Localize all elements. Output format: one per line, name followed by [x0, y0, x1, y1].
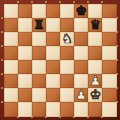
square-f4[interactable]: [74, 60, 88, 74]
square-e8[interactable]: [60, 4, 74, 18]
border-tick: [73, 1, 75, 3]
square-e2[interactable]: [60, 88, 74, 102]
border-tick: [31, 1, 33, 3]
square-g4[interactable]: [88, 60, 102, 74]
square-c3[interactable]: [32, 74, 46, 88]
border-tick: [116, 31, 118, 33]
piece-black-queen[interactable]: ♛: [89, 18, 101, 32]
square-a8[interactable]: [4, 4, 18, 18]
square-g8[interactable]: [88, 4, 102, 18]
square-d1[interactable]: [46, 102, 60, 116]
square-c2[interactable]: [32, 88, 46, 102]
square-h8[interactable]: [102, 4, 116, 18]
square-e7[interactable]: [60, 18, 74, 32]
chess-board: ♚♜♛♞♟♟♚: [4, 4, 117, 117]
piece-black-king[interactable]: ♚: [75, 4, 87, 18]
square-c7[interactable]: ♜: [32, 18, 46, 32]
square-h7[interactable]: [102, 18, 116, 32]
square-d3[interactable]: [46, 74, 60, 88]
square-b3[interactable]: [18, 74, 32, 88]
piece-white-pawn[interactable]: ♟: [89, 74, 101, 88]
square-h3[interactable]: [102, 74, 116, 88]
square-h5[interactable]: [102, 46, 116, 60]
square-f7[interactable]: [74, 18, 88, 32]
square-f6[interactable]: [74, 32, 88, 46]
border-tick: [31, 116, 33, 118]
border-tick: [116, 59, 118, 61]
border-tick: [1, 87, 3, 89]
border-tick: [116, 73, 118, 75]
square-f1[interactable]: [74, 102, 88, 116]
square-c4[interactable]: [32, 60, 46, 74]
border-tick: [116, 45, 118, 47]
square-a1[interactable]: [4, 102, 18, 116]
chess-board-frame: ♚♜♛♞♟♟♚: [0, 0, 120, 120]
border-tick: [1, 101, 3, 103]
square-d8[interactable]: [46, 4, 60, 18]
square-h6[interactable]: [102, 32, 116, 46]
square-g6[interactable]: [88, 32, 102, 46]
square-b8[interactable]: [18, 4, 32, 18]
square-a6[interactable]: [4, 32, 18, 46]
border-tick: [1, 45, 3, 47]
square-a3[interactable]: [4, 74, 18, 88]
border-tick: [1, 31, 3, 33]
square-g2[interactable]: ♚: [88, 88, 102, 102]
border-tick: [45, 1, 47, 3]
square-h1[interactable]: [102, 102, 116, 116]
square-f3[interactable]: [74, 74, 88, 88]
square-g5[interactable]: [88, 46, 102, 60]
border-tick: [17, 1, 19, 3]
border-tick: [73, 116, 75, 118]
border-tick: [1, 59, 3, 61]
square-h4[interactable]: [102, 60, 116, 74]
piece-white-knight[interactable]: ♞: [61, 32, 73, 46]
border-tick: [116, 101, 118, 103]
square-d6[interactable]: [46, 32, 60, 46]
square-d2[interactable]: [46, 88, 60, 102]
piece-white-pawn[interactable]: ♟: [75, 88, 87, 102]
square-g3[interactable]: ♟: [88, 74, 102, 88]
square-e4[interactable]: [60, 60, 74, 74]
square-e6[interactable]: ♞: [60, 32, 74, 46]
border-tick: [116, 17, 118, 19]
piece-black-rook[interactable]: ♜: [33, 18, 45, 32]
square-g7[interactable]: ♛: [88, 18, 102, 32]
square-d4[interactable]: [46, 60, 60, 74]
square-f8[interactable]: ♚: [74, 4, 88, 18]
square-e1[interactable]: [60, 102, 74, 116]
square-e3[interactable]: [60, 74, 74, 88]
square-c8[interactable]: [32, 4, 46, 18]
square-f2[interactable]: ♟: [74, 88, 88, 102]
border-tick: [101, 1, 103, 3]
border-tick: [116, 87, 118, 89]
border-tick: [17, 116, 19, 118]
border-tick: [1, 73, 3, 75]
border-tick: [59, 116, 61, 118]
square-b4[interactable]: [18, 60, 32, 74]
border-tick: [87, 1, 89, 3]
square-a2[interactable]: [4, 88, 18, 102]
square-d7[interactable]: [46, 18, 60, 32]
square-a5[interactable]: [4, 46, 18, 60]
square-b1[interactable]: [18, 102, 32, 116]
square-h2[interactable]: [102, 88, 116, 102]
square-b5[interactable]: [18, 46, 32, 60]
border-tick: [1, 17, 3, 19]
square-c6[interactable]: [32, 32, 46, 46]
square-b6[interactable]: [18, 32, 32, 46]
border-tick: [59, 1, 61, 3]
piece-white-king[interactable]: ♚: [89, 88, 101, 102]
square-b2[interactable]: [18, 88, 32, 102]
square-e5[interactable]: [60, 46, 74, 60]
border-tick: [101, 116, 103, 118]
square-a7[interactable]: [4, 18, 18, 32]
square-g1[interactable]: [88, 102, 102, 116]
square-f5[interactable]: [74, 46, 88, 60]
square-b7[interactable]: [18, 18, 32, 32]
border-tick: [45, 116, 47, 118]
square-d5[interactable]: [46, 46, 60, 60]
square-a4[interactable]: [4, 60, 18, 74]
border-tick: [87, 116, 89, 118]
square-c5[interactable]: [32, 46, 46, 60]
square-c1[interactable]: [32, 102, 46, 116]
